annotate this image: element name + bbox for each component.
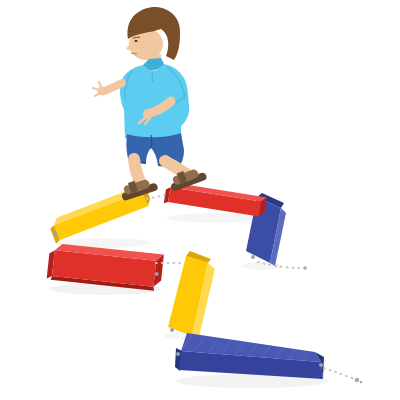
- boy-nose: [126, 42, 132, 51]
- beam-yellow-center: [168, 251, 215, 341]
- beam-red-left: [47, 243, 164, 292]
- finger: [95, 93, 100, 96]
- balance-beam-scene: [0, 0, 400, 400]
- eyelet: [251, 255, 255, 259]
- finger: [99, 82, 101, 87]
- rope-knot: [355, 378, 359, 382]
- eyelet: [319, 363, 323, 367]
- finger: [93, 88, 99, 90]
- boy-eye: [134, 40, 137, 42]
- rope-knot: [303, 266, 307, 270]
- rope-blue-bottom-cord: [324, 368, 355, 379]
- boy-left-leg: [134, 159, 141, 184]
- balance-beam-product-photo: [0, 0, 400, 400]
- eyelet: [170, 328, 174, 332]
- boy: [93, 7, 208, 201]
- beam-blue-bottom: [175, 333, 324, 379]
- eyelet: [176, 352, 180, 356]
- boy-front-arm: [104, 83, 122, 91]
- boy-shirt: [120, 64, 189, 142]
- rope-knot: [360, 381, 363, 384]
